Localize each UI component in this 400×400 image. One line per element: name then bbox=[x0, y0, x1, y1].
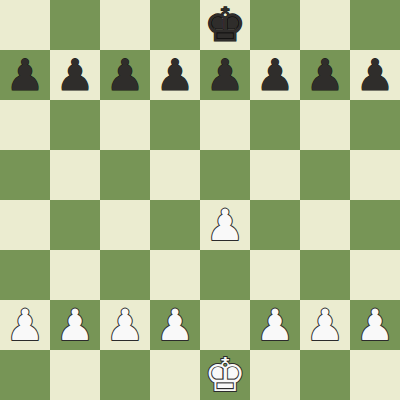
square-a8[interactable] bbox=[0, 0, 50, 50]
piece-black-pawn[interactable]: ♟ bbox=[6, 50, 45, 100]
square-f7[interactable]: ♟ bbox=[250, 50, 300, 100]
square-e8[interactable]: ♚ bbox=[200, 0, 250, 50]
piece-white-pawn[interactable]: ♟ bbox=[106, 300, 145, 350]
square-d5[interactable] bbox=[150, 150, 200, 200]
square-c3[interactable] bbox=[100, 250, 150, 300]
square-e7[interactable]: ♟ bbox=[200, 50, 250, 100]
square-c2[interactable]: ♟ bbox=[100, 300, 150, 350]
square-c6[interactable] bbox=[100, 100, 150, 150]
square-h1[interactable] bbox=[350, 350, 400, 400]
square-b5[interactable] bbox=[50, 150, 100, 200]
square-b4[interactable] bbox=[50, 200, 100, 250]
square-h3[interactable] bbox=[350, 250, 400, 300]
square-e2[interactable] bbox=[200, 300, 250, 350]
square-e5[interactable] bbox=[200, 150, 250, 200]
square-c1[interactable] bbox=[100, 350, 150, 400]
square-c8[interactable] bbox=[100, 0, 150, 50]
piece-black-pawn[interactable]: ♟ bbox=[56, 50, 95, 100]
square-h8[interactable] bbox=[350, 0, 400, 50]
square-g4[interactable] bbox=[300, 200, 350, 250]
piece-black-pawn[interactable]: ♟ bbox=[206, 50, 245, 100]
piece-white-pawn[interactable]: ♟ bbox=[206, 200, 245, 250]
piece-white-pawn[interactable]: ♟ bbox=[356, 300, 395, 350]
square-g1[interactable] bbox=[300, 350, 350, 400]
square-f1[interactable] bbox=[250, 350, 300, 400]
square-g5[interactable] bbox=[300, 150, 350, 200]
square-b6[interactable] bbox=[50, 100, 100, 150]
square-g7[interactable]: ♟ bbox=[300, 50, 350, 100]
square-c4[interactable] bbox=[100, 200, 150, 250]
square-h4[interactable] bbox=[350, 200, 400, 250]
square-h6[interactable] bbox=[350, 100, 400, 150]
piece-black-pawn[interactable]: ♟ bbox=[156, 50, 195, 100]
square-g6[interactable] bbox=[300, 100, 350, 150]
piece-black-king[interactable]: ♚ bbox=[204, 0, 246, 50]
square-b7[interactable]: ♟ bbox=[50, 50, 100, 100]
square-e6[interactable] bbox=[200, 100, 250, 150]
chess-board: ♚♟♟♟♟♟♟♟♟♟♟♟♟♟♟♟♟♚ bbox=[0, 0, 400, 400]
square-f8[interactable] bbox=[250, 0, 300, 50]
square-d3[interactable] bbox=[150, 250, 200, 300]
square-e1[interactable]: ♚ bbox=[200, 350, 250, 400]
square-a4[interactable] bbox=[0, 200, 50, 250]
square-h5[interactable] bbox=[350, 150, 400, 200]
piece-black-pawn[interactable]: ♟ bbox=[306, 50, 345, 100]
piece-black-pawn[interactable]: ♟ bbox=[356, 50, 395, 100]
square-d2[interactable]: ♟ bbox=[150, 300, 200, 350]
piece-white-king[interactable]: ♚ bbox=[204, 350, 246, 400]
square-e3[interactable] bbox=[200, 250, 250, 300]
piece-white-pawn[interactable]: ♟ bbox=[56, 300, 95, 350]
square-a6[interactable] bbox=[0, 100, 50, 150]
square-h2[interactable]: ♟ bbox=[350, 300, 400, 350]
square-b2[interactable]: ♟ bbox=[50, 300, 100, 350]
square-f5[interactable] bbox=[250, 150, 300, 200]
piece-white-pawn[interactable]: ♟ bbox=[6, 300, 45, 350]
square-f2[interactable]: ♟ bbox=[250, 300, 300, 350]
square-a2[interactable]: ♟ bbox=[0, 300, 50, 350]
square-h7[interactable]: ♟ bbox=[350, 50, 400, 100]
square-b1[interactable] bbox=[50, 350, 100, 400]
square-c7[interactable]: ♟ bbox=[100, 50, 150, 100]
piece-black-pawn[interactable]: ♟ bbox=[256, 50, 295, 100]
square-d7[interactable]: ♟ bbox=[150, 50, 200, 100]
square-d1[interactable] bbox=[150, 350, 200, 400]
square-b8[interactable] bbox=[50, 0, 100, 50]
square-g2[interactable]: ♟ bbox=[300, 300, 350, 350]
square-c5[interactable] bbox=[100, 150, 150, 200]
piece-white-pawn[interactable]: ♟ bbox=[306, 300, 345, 350]
square-f6[interactable] bbox=[250, 100, 300, 150]
square-f3[interactable] bbox=[250, 250, 300, 300]
square-f4[interactable] bbox=[250, 200, 300, 250]
piece-white-pawn[interactable]: ♟ bbox=[256, 300, 295, 350]
square-b3[interactable] bbox=[50, 250, 100, 300]
square-a5[interactable] bbox=[0, 150, 50, 200]
square-a1[interactable] bbox=[0, 350, 50, 400]
piece-black-pawn[interactable]: ♟ bbox=[106, 50, 145, 100]
square-e4[interactable]: ♟ bbox=[200, 200, 250, 250]
square-d6[interactable] bbox=[150, 100, 200, 150]
square-g8[interactable] bbox=[300, 0, 350, 50]
square-a7[interactable]: ♟ bbox=[0, 50, 50, 100]
square-g3[interactable] bbox=[300, 250, 350, 300]
square-d8[interactable] bbox=[150, 0, 200, 50]
square-d4[interactable] bbox=[150, 200, 200, 250]
piece-white-pawn[interactable]: ♟ bbox=[156, 300, 195, 350]
square-a3[interactable] bbox=[0, 250, 50, 300]
